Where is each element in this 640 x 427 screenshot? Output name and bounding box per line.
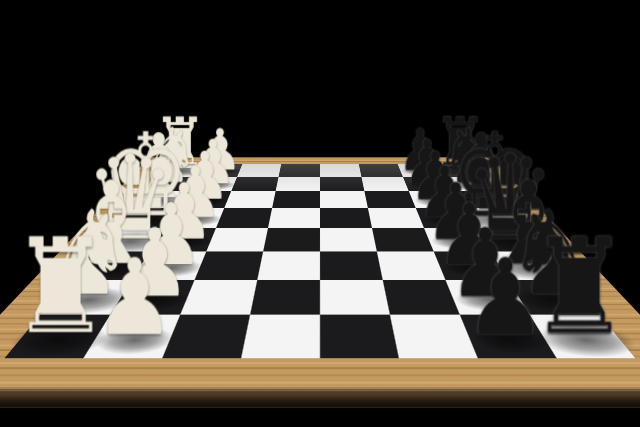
board-front-edge [0, 389, 640, 407]
chess-scene-screenshot: ♜♟♟♜♞♟♟♞♝♟♟♝♚♟♟♚♛♟♟♛♝♟♟♝♞♟♟♞♜♟♟♜ [0, 0, 640, 427]
black-pawn-glyph: ♟ [465, 244, 545, 349]
white-rook-glyph: ♜ [11, 222, 111, 353]
perspective-scene: ♜♟♟♜♞♟♟♞♝♟♟♝♚♟♟♚♛♟♟♛♝♟♟♝♞♟♟♞♜♟♟♜ [0, 0, 640, 427]
chessboard: ♜♟♟♜♞♟♟♞♝♟♟♝♚♟♟♚♛♟♟♛♝♟♟♝♞♟♟♞♜♟♟♜ [0, 157, 640, 389]
